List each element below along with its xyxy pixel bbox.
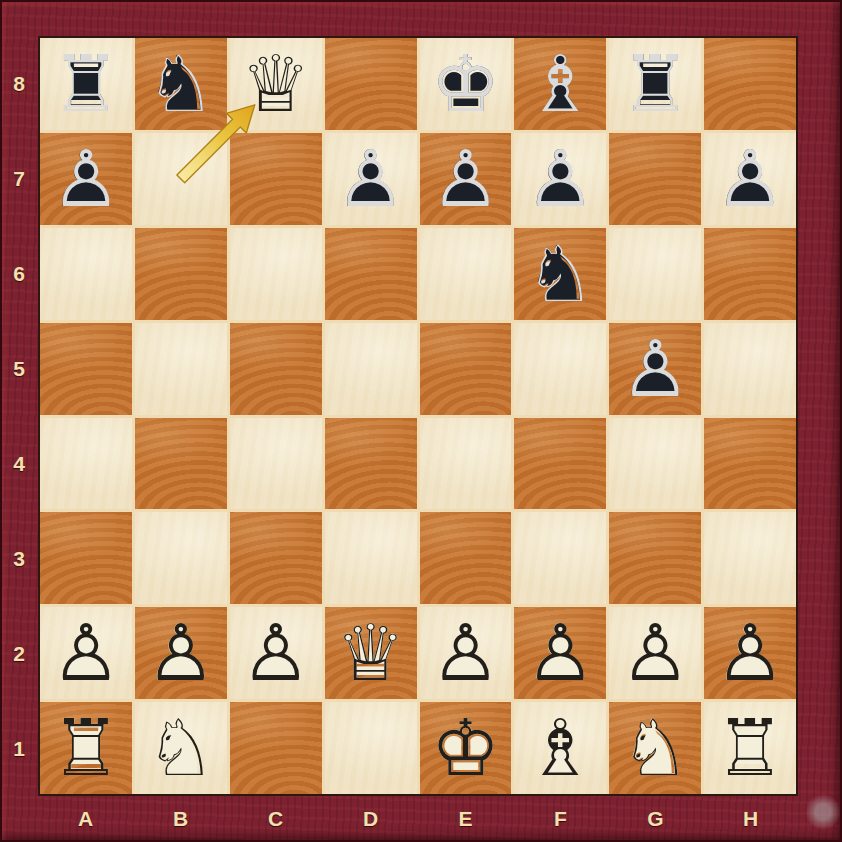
chess-board-frame: ♜♖♞♘♛♕♚♔♝♗♜♖♟♙♟♙♟♙♟♙♟♙♞♘♟♙♟♙♟♙♟♙♛♕♟♙♟♙♟♙… bbox=[0, 0, 842, 842]
piece-outline-glyph: ♘ bbox=[135, 702, 227, 794]
square-f6[interactable]: ♞♘ bbox=[514, 228, 606, 320]
piece-black-pawn: ♟♙ bbox=[40, 133, 132, 225]
piece-white-queen: ♛♕ bbox=[325, 607, 417, 699]
square-d4[interactable] bbox=[325, 418, 417, 510]
square-c4[interactable] bbox=[230, 418, 322, 510]
square-g5[interactable]: ♟♙ bbox=[609, 323, 701, 415]
piece-outline-glyph: ♙ bbox=[704, 607, 796, 699]
square-e7[interactable]: ♟♙ bbox=[420, 133, 512, 225]
rank-label-3: 3 bbox=[0, 511, 38, 606]
piece-outline-glyph: ♙ bbox=[325, 133, 417, 225]
piece-black-pawn: ♟♙ bbox=[704, 133, 796, 225]
file-label-d: D bbox=[323, 796, 418, 842]
piece-outline-glyph: ♗ bbox=[514, 702, 606, 794]
rank-labels: 87654321 bbox=[0, 36, 38, 796]
rank-label-2: 2 bbox=[0, 606, 38, 701]
file-label-e: E bbox=[418, 796, 513, 842]
square-b8[interactable]: ♞♘ bbox=[135, 38, 227, 130]
piece-black-pawn: ♟♙ bbox=[514, 133, 606, 225]
square-g4[interactable] bbox=[609, 418, 701, 510]
piece-outline-glyph: ♙ bbox=[514, 133, 606, 225]
piece-white-knight: ♞♘ bbox=[135, 702, 227, 794]
square-h7[interactable]: ♟♙ bbox=[704, 133, 796, 225]
square-b4[interactable] bbox=[135, 418, 227, 510]
square-e5[interactable] bbox=[420, 323, 512, 415]
square-g6[interactable] bbox=[609, 228, 701, 320]
square-e8[interactable]: ♚♔ bbox=[420, 38, 512, 130]
square-e1[interactable]: ♚♔ bbox=[420, 702, 512, 794]
square-f3[interactable] bbox=[514, 512, 606, 604]
piece-outline-glyph: ♙ bbox=[40, 133, 132, 225]
piece-outline-glyph: ♙ bbox=[609, 323, 701, 415]
piece-white-queen: ♛♕ bbox=[230, 38, 322, 130]
square-e3[interactable] bbox=[420, 512, 512, 604]
file-label-h: H bbox=[703, 796, 798, 842]
piece-black-pawn: ♟♙ bbox=[325, 133, 417, 225]
square-b3[interactable] bbox=[135, 512, 227, 604]
square-c8[interactable]: ♛♕ bbox=[230, 38, 322, 130]
square-d5[interactable] bbox=[325, 323, 417, 415]
piece-white-pawn: ♟♙ bbox=[230, 607, 322, 699]
square-a8[interactable]: ♜♖ bbox=[40, 38, 132, 130]
piece-outline-glyph: ♙ bbox=[40, 607, 132, 699]
piece-black-rook: ♜♖ bbox=[609, 38, 701, 130]
rank-label-1: 1 bbox=[0, 701, 38, 796]
square-b1[interactable]: ♞♘ bbox=[135, 702, 227, 794]
piece-outline-glyph: ♘ bbox=[609, 702, 701, 794]
rank-label-7: 7 bbox=[0, 131, 38, 226]
piece-outline-glyph: ♙ bbox=[704, 133, 796, 225]
piece-outline-glyph: ♕ bbox=[230, 38, 322, 130]
square-c5[interactable] bbox=[230, 323, 322, 415]
piece-black-knight: ♞♘ bbox=[135, 38, 227, 130]
square-h6[interactable] bbox=[704, 228, 796, 320]
square-d3[interactable] bbox=[325, 512, 417, 604]
piece-black-king: ♚♔ bbox=[420, 38, 512, 130]
square-e4[interactable] bbox=[420, 418, 512, 510]
piece-outline-glyph: ♙ bbox=[609, 607, 701, 699]
file-label-g: G bbox=[608, 796, 703, 842]
square-d2[interactable]: ♛♕ bbox=[325, 607, 417, 699]
square-b6[interactable] bbox=[135, 228, 227, 320]
square-f7[interactable]: ♟♙ bbox=[514, 133, 606, 225]
piece-outline-glyph: ♕ bbox=[325, 607, 417, 699]
square-b5[interactable] bbox=[135, 323, 227, 415]
chess-board: ♜♖♞♘♛♕♚♔♝♗♜♖♟♙♟♙♟♙♟♙♟♙♞♘♟♙♟♙♟♙♟♙♛♕♟♙♟♙♟♙… bbox=[38, 36, 798, 796]
piece-outline-glyph: ♖ bbox=[40, 38, 132, 130]
square-d6[interactable] bbox=[325, 228, 417, 320]
piece-outline-glyph: ♗ bbox=[514, 38, 606, 130]
square-c6[interactable] bbox=[230, 228, 322, 320]
piece-outline-glyph: ♘ bbox=[514, 228, 606, 320]
piece-outline-glyph: ♙ bbox=[135, 607, 227, 699]
square-c1[interactable] bbox=[230, 702, 322, 794]
square-a2[interactable]: ♟♙ bbox=[40, 607, 132, 699]
square-a3[interactable] bbox=[40, 512, 132, 604]
square-f4[interactable] bbox=[514, 418, 606, 510]
piece-white-rook: ♜♖ bbox=[40, 702, 132, 794]
file-labels: ABCDEFGH bbox=[38, 796, 798, 842]
piece-white-pawn: ♟♙ bbox=[514, 607, 606, 699]
piece-black-pawn: ♟♙ bbox=[420, 133, 512, 225]
piece-outline-glyph: ♙ bbox=[230, 607, 322, 699]
square-f8[interactable]: ♝♗ bbox=[514, 38, 606, 130]
square-g3[interactable] bbox=[609, 512, 701, 604]
piece-white-pawn: ♟♙ bbox=[420, 607, 512, 699]
piece-outline-glyph: ♔ bbox=[420, 702, 512, 794]
square-d7[interactable]: ♟♙ bbox=[325, 133, 417, 225]
piece-black-rook: ♜♖ bbox=[40, 38, 132, 130]
square-b7[interactable] bbox=[135, 133, 227, 225]
square-d8[interactable] bbox=[325, 38, 417, 130]
square-a1[interactable]: ♜♖ bbox=[40, 702, 132, 794]
square-a7[interactable]: ♟♙ bbox=[40, 133, 132, 225]
piece-outline-glyph: ♘ bbox=[135, 38, 227, 130]
square-h1[interactable]: ♜♖ bbox=[704, 702, 796, 794]
file-label-b: B bbox=[133, 796, 228, 842]
piece-white-pawn: ♟♙ bbox=[609, 607, 701, 699]
piece-outline-glyph: ♙ bbox=[420, 133, 512, 225]
square-h3[interactable] bbox=[704, 512, 796, 604]
file-label-f: F bbox=[513, 796, 608, 842]
square-h8[interactable] bbox=[704, 38, 796, 130]
file-label-c: C bbox=[228, 796, 323, 842]
square-a6[interactable] bbox=[40, 228, 132, 320]
square-h2[interactable]: ♟♙ bbox=[704, 607, 796, 699]
rank-label-6: 6 bbox=[0, 226, 38, 321]
square-c2[interactable]: ♟♙ bbox=[230, 607, 322, 699]
piece-outline-glyph: ♖ bbox=[40, 702, 132, 794]
file-label-a: A bbox=[38, 796, 133, 842]
piece-white-bishop: ♝♗ bbox=[514, 702, 606, 794]
square-e2[interactable]: ♟♙ bbox=[420, 607, 512, 699]
piece-outline-glyph: ♖ bbox=[609, 38, 701, 130]
piece-white-pawn: ♟♙ bbox=[704, 607, 796, 699]
piece-black-bishop: ♝♗ bbox=[514, 38, 606, 130]
square-f5[interactable] bbox=[514, 323, 606, 415]
square-d1[interactable] bbox=[325, 702, 417, 794]
square-f1[interactable]: ♝♗ bbox=[514, 702, 606, 794]
piece-white-pawn: ♟♙ bbox=[40, 607, 132, 699]
piece-outline-glyph: ♔ bbox=[420, 38, 512, 130]
square-f2[interactable]: ♟♙ bbox=[514, 607, 606, 699]
square-b2[interactable]: ♟♙ bbox=[135, 607, 227, 699]
square-a4[interactable] bbox=[40, 418, 132, 510]
piece-white-knight: ♞♘ bbox=[609, 702, 701, 794]
square-c7[interactable] bbox=[230, 133, 322, 225]
square-h5[interactable] bbox=[704, 323, 796, 415]
square-g1[interactable]: ♞♘ bbox=[609, 702, 701, 794]
square-c3[interactable] bbox=[230, 512, 322, 604]
square-g2[interactable]: ♟♙ bbox=[609, 607, 701, 699]
watermark-blob bbox=[805, 794, 841, 830]
square-a5[interactable] bbox=[40, 323, 132, 415]
piece-white-pawn: ♟♙ bbox=[135, 607, 227, 699]
piece-white-king: ♚♔ bbox=[420, 702, 512, 794]
square-g8[interactable]: ♜♖ bbox=[609, 38, 701, 130]
piece-outline-glyph: ♙ bbox=[420, 607, 512, 699]
rank-label-5: 5 bbox=[0, 321, 38, 416]
piece-outline-glyph: ♙ bbox=[514, 607, 606, 699]
piece-white-rook: ♜♖ bbox=[704, 702, 796, 794]
piece-black-knight: ♞♘ bbox=[514, 228, 606, 320]
rank-label-8: 8 bbox=[0, 36, 38, 131]
square-e6[interactable] bbox=[420, 228, 512, 320]
piece-outline-glyph: ♖ bbox=[704, 702, 796, 794]
rank-label-4: 4 bbox=[0, 416, 38, 511]
square-g7[interactable] bbox=[609, 133, 701, 225]
square-h4[interactable] bbox=[704, 418, 796, 510]
piece-black-pawn: ♟♙ bbox=[609, 323, 701, 415]
